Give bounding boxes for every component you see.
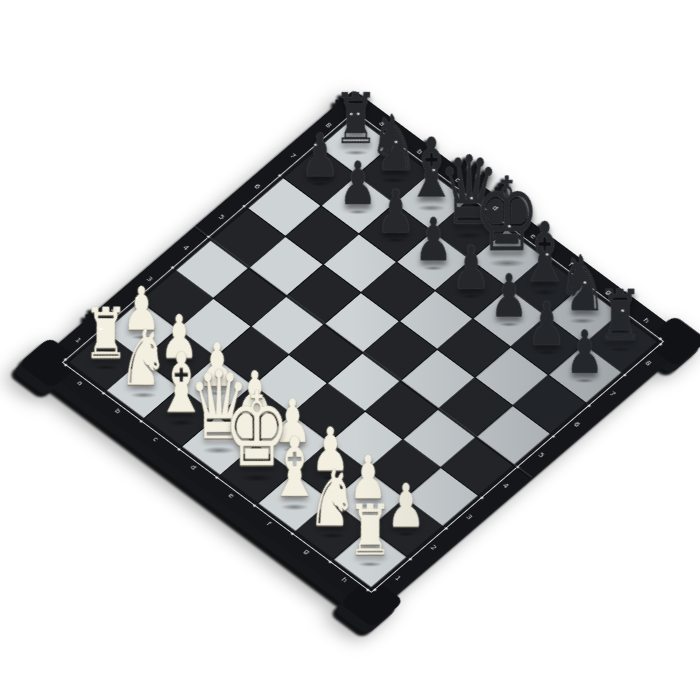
- frame-dot: [516, 465, 520, 468]
- black-pawn-icon: ♟: [452, 237, 491, 297]
- frame-dot: [215, 476, 219, 479]
- black-pawn-a7: ♟: [298, 136, 341, 184]
- frame-dot: [252, 504, 256, 507]
- frame-dot: [170, 266, 174, 269]
- rank-label-6-left: 6: [252, 183, 261, 190]
- black-pawn-d7: ♟: [412, 221, 455, 269]
- black-pawn-icon: ♟: [338, 153, 377, 213]
- file-label-h-bottom: h: [339, 576, 348, 583]
- file-label-d-bottom: d: [188, 464, 197, 471]
- black-pawn-icon: ♟: [376, 181, 415, 241]
- frame-dot: [278, 174, 282, 177]
- rank-label-7-right: 7: [608, 391, 617, 398]
- black-pawn-icon: ♟: [490, 265, 529, 325]
- white-rook-icon: ♜: [348, 496, 393, 566]
- frame-dot: [206, 235, 210, 238]
- frame-dot: [623, 373, 627, 376]
- file-label-g-bottom: g: [302, 548, 311, 555]
- frame-dot: [551, 435, 555, 438]
- rank-label-1-right: 1: [393, 575, 402, 582]
- frame-dot: [444, 527, 448, 530]
- frame-dot: [480, 496, 484, 499]
- white-rook-h1: ♜: [345, 510, 395, 566]
- frame-dot: [587, 404, 591, 407]
- rank-label-7-left: 7: [288, 153, 297, 160]
- rank-label-5-right: 5: [536, 452, 545, 459]
- frame-dot: [177, 448, 181, 451]
- frame-dot: [328, 560, 332, 563]
- file-label-f-bottom: f: [265, 521, 273, 527]
- frame-dot: [139, 420, 143, 423]
- black-pawn-icon: ♟: [528, 294, 567, 354]
- frame-dot: [408, 558, 412, 561]
- rank-label-8-right: 8: [643, 360, 652, 367]
- rank-label-4-left: 4: [181, 245, 190, 252]
- rank-label-4-right: 4: [500, 483, 509, 490]
- product-photo-scene: ♜♞♝♛♚♝♞♜♟♟♟♟♟♟♟♟♟♟♟♟♟♟♟♟♜♞♝♛♚♝♞♜ aa88bb7…: [0, 0, 700, 700]
- chess-board: ♜♞♝♛♚♝♞♜♟♟♟♟♟♟♟♟♟♟♟♟♟♟♟♟♜♞♝♛♚♝♞♜ aa88bb7…: [35, 90, 691, 615]
- rank-label-3-right: 3: [465, 513, 474, 520]
- file-label-a-bottom: a: [75, 380, 84, 387]
- black-pawn-icon: ♟: [414, 209, 453, 269]
- black-pawn-b7: ♟: [336, 165, 379, 213]
- black-pawn-c7: ♟: [374, 193, 417, 241]
- file-label-b-bottom: b: [113, 408, 122, 415]
- file-label-e-bottom: e: [226, 492, 235, 499]
- rank-label-5-left: 5: [216, 214, 225, 221]
- frame-dot: [242, 204, 246, 207]
- black-pawn-icon: ♟: [301, 124, 340, 184]
- rank-label-6-right: 6: [572, 421, 581, 428]
- frame-dot: [290, 532, 294, 535]
- frame-dot: [101, 392, 105, 395]
- file-label-c-bottom: c: [151, 436, 160, 443]
- black-pawn-h7: ♟: [564, 334, 607, 382]
- black-pawn-icon: ♟: [566, 322, 605, 382]
- chess-board-grid: ♜♞♝♛♚♝♞♜♟♟♟♟♟♟♟♟♟♟♟♟♟♟♟♟♜♞♝♛♚♝♞♜: [69, 117, 657, 587]
- rank-label-2-right: 2: [429, 544, 438, 551]
